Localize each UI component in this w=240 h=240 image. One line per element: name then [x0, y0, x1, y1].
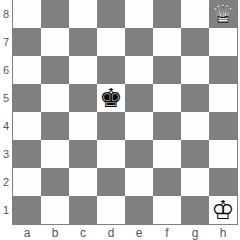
square-c2[interactable] [69, 168, 97, 196]
square-a7[interactable] [13, 28, 41, 56]
square-b3[interactable] [41, 140, 69, 168]
file-label-e: e [125, 226, 153, 240]
square-a2[interactable] [13, 168, 41, 196]
rank-labels: 87654321 [0, 0, 12, 224]
square-g8[interactable] [181, 0, 209, 28]
square-b2[interactable] [41, 168, 69, 196]
piece-white-queen[interactable]: ♛♕ [209, 0, 237, 28]
square-f6[interactable] [153, 56, 181, 84]
square-c7[interactable] [69, 28, 97, 56]
square-c6[interactable] [69, 56, 97, 84]
square-e6[interactable] [125, 56, 153, 84]
square-a3[interactable] [13, 140, 41, 168]
square-h4[interactable] [209, 112, 237, 140]
rank-label-8: 8 [0, 0, 12, 28]
chess-board: ♛♕♚♚♔ [12, 0, 238, 225]
file-label-c: c [69, 226, 97, 240]
rank-label-6: 6 [0, 56, 12, 84]
square-c3[interactable] [69, 140, 97, 168]
square-d8[interactable] [97, 0, 125, 28]
square-b7[interactable] [41, 28, 69, 56]
square-d2[interactable] [97, 168, 125, 196]
square-f3[interactable] [153, 140, 181, 168]
square-h8[interactable]: ♛♕ [209, 0, 237, 28]
square-e5[interactable] [125, 84, 153, 112]
piece-black-king[interactable]: ♚ [97, 84, 125, 112]
rank-label-5: 5 [0, 84, 12, 112]
square-e1[interactable] [125, 196, 153, 224]
square-e2[interactable] [125, 168, 153, 196]
square-d3[interactable] [97, 140, 125, 168]
square-d7[interactable] [97, 28, 125, 56]
square-d1[interactable] [97, 196, 125, 224]
square-h6[interactable] [209, 56, 237, 84]
rank-label-1: 1 [0, 196, 12, 224]
square-e4[interactable] [125, 112, 153, 140]
rank-label-3: 3 [0, 140, 12, 168]
file-label-a: a [13, 226, 41, 240]
square-g6[interactable] [181, 56, 209, 84]
piece-white-king[interactable]: ♚♔ [209, 196, 237, 224]
square-b6[interactable] [41, 56, 69, 84]
square-f8[interactable] [153, 0, 181, 28]
square-d6[interactable] [97, 56, 125, 84]
square-c4[interactable] [69, 112, 97, 140]
square-b1[interactable] [41, 196, 69, 224]
square-b5[interactable] [41, 84, 69, 112]
square-a6[interactable] [13, 56, 41, 84]
square-a4[interactable] [13, 112, 41, 140]
piece-glyph: ♔ [211, 197, 234, 223]
piece-glyph: ♚ [99, 85, 122, 111]
square-g3[interactable] [181, 140, 209, 168]
square-h5[interactable] [209, 84, 237, 112]
square-f5[interactable] [153, 84, 181, 112]
square-c5[interactable] [69, 84, 97, 112]
square-b8[interactable] [41, 0, 69, 28]
square-h7[interactable] [209, 28, 237, 56]
square-g5[interactable] [181, 84, 209, 112]
rank-label-2: 2 [0, 168, 12, 196]
square-h3[interactable] [209, 140, 237, 168]
file-label-f: f [153, 226, 181, 240]
piece-glyph: ♕ [211, 1, 234, 27]
rank-label-4: 4 [0, 112, 12, 140]
square-c1[interactable] [69, 196, 97, 224]
square-h1[interactable]: ♚♔ [209, 196, 237, 224]
square-g1[interactable] [181, 196, 209, 224]
square-a8[interactable] [13, 0, 41, 28]
square-e3[interactable] [125, 140, 153, 168]
square-a5[interactable] [13, 84, 41, 112]
square-d4[interactable] [97, 112, 125, 140]
square-g2[interactable] [181, 168, 209, 196]
square-f2[interactable] [153, 168, 181, 196]
file-label-g: g [181, 226, 209, 240]
file-label-b: b [41, 226, 69, 240]
square-f1[interactable] [153, 196, 181, 224]
square-h2[interactable] [209, 168, 237, 196]
square-g7[interactable] [181, 28, 209, 56]
square-g4[interactable] [181, 112, 209, 140]
square-f7[interactable] [153, 28, 181, 56]
file-labels: abcdefgh [13, 226, 237, 240]
square-c8[interactable] [69, 0, 97, 28]
square-a1[interactable] [13, 196, 41, 224]
square-e7[interactable] [125, 28, 153, 56]
square-f4[interactable] [153, 112, 181, 140]
chess-diagram: 87654321 ♛♕♚♚♔ abcdefgh [0, 0, 240, 240]
rank-label-7: 7 [0, 28, 12, 56]
file-label-h: h [209, 226, 237, 240]
square-d5[interactable]: ♚ [97, 84, 125, 112]
square-e8[interactable] [125, 0, 153, 28]
file-label-d: d [97, 226, 125, 240]
square-b4[interactable] [41, 112, 69, 140]
